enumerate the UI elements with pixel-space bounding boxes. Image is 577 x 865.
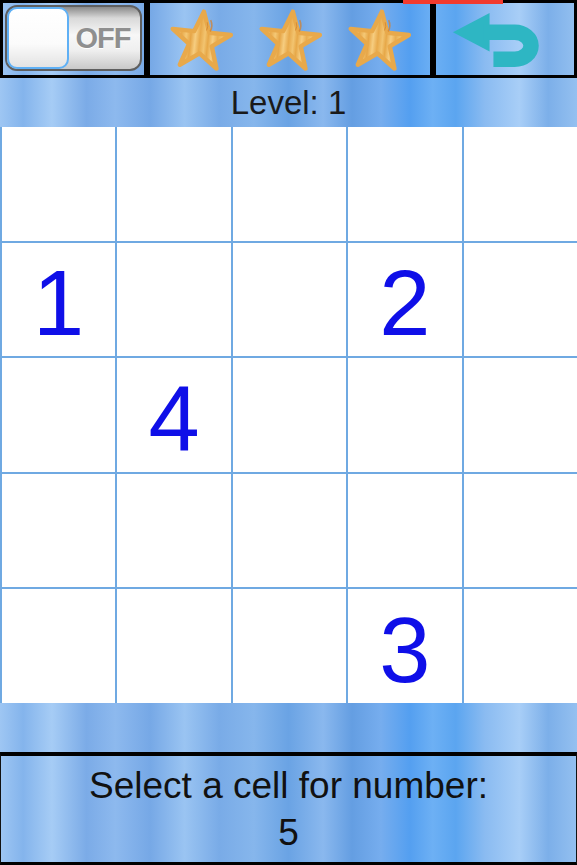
cell-r3c5[interactable] <box>464 358 577 472</box>
stars-section <box>147 0 433 78</box>
cell-r2c3[interactable] <box>233 243 346 357</box>
cell-r1c5[interactable] <box>464 127 577 241</box>
cell-r4c4[interactable] <box>348 474 461 588</box>
cell-number: 4 <box>149 366 200 471</box>
recording-indicator-strip <box>403 0 503 4</box>
back-button[interactable] <box>433 0 577 78</box>
cell-r3c4[interactable] <box>348 358 461 472</box>
cell-r4c5[interactable] <box>464 474 577 588</box>
cell-r5c3[interactable] <box>233 589 346 703</box>
cell-r3c1[interactable] <box>2 358 115 472</box>
cell-r5c5[interactable] <box>464 589 577 703</box>
cell-r1c4[interactable] <box>348 127 461 241</box>
cell-r5c2[interactable] <box>117 589 230 703</box>
cell-r5c4[interactable]: 3 <box>348 589 461 703</box>
cell-r3c2[interactable]: 4 <box>117 358 230 472</box>
cell-r2c2[interactable] <box>117 243 230 357</box>
cell-number: 3 <box>379 598 430 703</box>
cell-number: 1 <box>33 251 84 356</box>
undo-back-arrow-icon <box>451 11 559 67</box>
cell-r1c2[interactable] <box>117 127 230 241</box>
cell-r4c1[interactable] <box>2 474 115 588</box>
sound-toggle-section: OFF <box>0 0 147 78</box>
toggle-thumb[interactable] <box>7 7 69 69</box>
cell-r4c3[interactable] <box>233 474 346 588</box>
status-panel: Select a cell for number: 5 <box>0 752 577 865</box>
status-prompt: Select a cell for number: <box>89 767 488 806</box>
next-number: 5 <box>278 814 299 853</box>
level-banner: Level: 1 <box>0 78 577 127</box>
cell-r1c1[interactable] <box>2 127 115 241</box>
toggle-off-label: OFF <box>66 7 140 69</box>
cell-r2c1[interactable]: 1 <box>2 243 115 357</box>
sound-toggle-switch[interactable]: OFF <box>5 5 142 71</box>
cell-r2c5[interactable] <box>464 243 577 357</box>
app-screen: { "game": "sequential number placement p… <box>0 0 577 865</box>
cell-r3c3[interactable] <box>233 358 346 472</box>
cell-r4c2[interactable] <box>117 474 230 588</box>
star-icon <box>166 5 236 72</box>
cell-number: 2 <box>379 251 430 356</box>
board: 1243 <box>0 127 577 703</box>
level-label: Level: 1 <box>231 84 347 122</box>
cell-r1c3[interactable] <box>233 127 346 241</box>
cell-r2c4[interactable]: 2 <box>348 243 461 357</box>
star-icon <box>255 5 325 72</box>
cell-r5c1[interactable] <box>2 589 115 703</box>
star-icon <box>344 5 414 72</box>
